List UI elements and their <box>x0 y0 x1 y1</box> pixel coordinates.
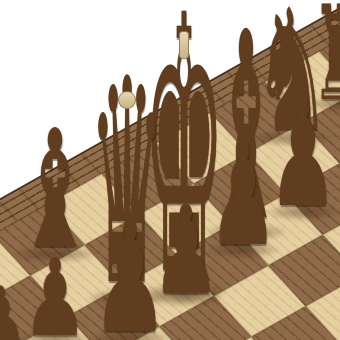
piece-pawn-a6[interactable]: ♟ <box>22 245 87 340</box>
queen-light-wood-ball-finial <box>118 91 136 109</box>
king-light-wood-peg-finial <box>179 31 189 59</box>
chess-set-photo: ♝♛♚♝♞♜♟♟♟♟♟♟ <box>0 0 340 340</box>
piece-pawn-a7[interactable]: ♟ <box>0 277 27 340</box>
piece-pawn-c5[interactable]: ♟ <box>92 200 168 340</box>
pieces-layer: ♝♛♚♝♞♜♟♟♟♟♟♟ <box>0 0 340 340</box>
